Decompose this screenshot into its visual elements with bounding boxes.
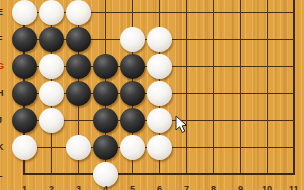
black-stone <box>12 54 37 79</box>
black-stone <box>39 27 64 52</box>
white-stone <box>147 27 172 52</box>
grid-line <box>293 0 295 175</box>
row-label-F: F <box>0 33 7 45</box>
white-stone <box>147 54 172 79</box>
black-stone <box>12 81 37 106</box>
column-label-1: 1 <box>22 184 27 190</box>
black-stone <box>93 108 118 133</box>
go-board[interactable]: EFGHJKL1234567891011 <box>0 0 304 190</box>
black-stone <box>66 27 91 52</box>
white-stone <box>147 108 172 133</box>
white-stone <box>147 81 172 106</box>
row-label-L: L <box>0 168 7 180</box>
column-label-10: 10 <box>262 184 272 190</box>
column-label-7: 7 <box>184 184 189 190</box>
black-stone <box>93 135 118 160</box>
white-stone <box>66 0 91 25</box>
black-stone <box>120 54 145 79</box>
mouse-cursor-icon <box>175 115 188 134</box>
black-stone <box>66 81 91 106</box>
column-label-8: 8 <box>211 184 216 190</box>
row-label-J: J <box>0 114 7 126</box>
white-stone <box>66 135 91 160</box>
white-stone <box>93 162 118 187</box>
black-stone <box>120 108 145 133</box>
row-label-E: E <box>0 6 7 18</box>
row-label-G: G <box>0 60 7 72</box>
grid-line <box>186 0 187 175</box>
white-stone <box>120 135 145 160</box>
grid-line <box>213 0 214 175</box>
black-stone <box>12 108 37 133</box>
white-stone <box>120 27 145 52</box>
column-label-9: 9 <box>238 184 243 190</box>
white-stone <box>39 81 64 106</box>
grid-line <box>267 0 268 175</box>
column-label-3: 3 <box>76 184 81 190</box>
black-stone <box>12 27 37 52</box>
white-stone <box>12 135 37 160</box>
black-stone <box>93 81 118 106</box>
grid-line <box>23 173 295 175</box>
black-stone <box>120 81 145 106</box>
grid-line <box>240 0 241 175</box>
row-label-H: H <box>0 87 7 99</box>
column-label-4: 4 <box>103 184 108 190</box>
white-stone <box>39 0 64 25</box>
black-stone <box>66 54 91 79</box>
column-label-6: 6 <box>157 184 162 190</box>
row-label-K: K <box>0 141 7 153</box>
column-label-5: 5 <box>130 184 135 190</box>
white-stone <box>12 0 37 25</box>
white-stone <box>39 54 64 79</box>
white-stone <box>39 108 64 133</box>
grid-line <box>23 12 295 13</box>
white-stone <box>147 135 172 160</box>
column-label-2: 2 <box>49 184 54 190</box>
black-stone <box>93 54 118 79</box>
column-label-11: 11 <box>289 184 299 190</box>
